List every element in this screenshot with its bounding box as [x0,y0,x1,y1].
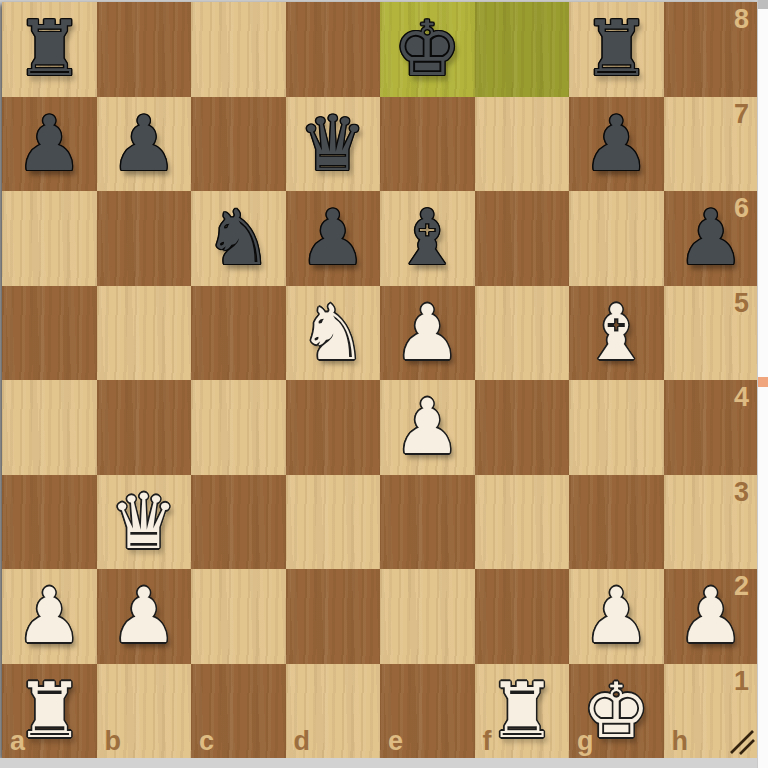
square-a2[interactable]: ♟ [2,569,97,664]
square-f6[interactable] [475,191,570,286]
square-c5[interactable] [191,286,286,381]
square-e1[interactable]: e [380,664,475,759]
square-b6[interactable] [97,191,192,286]
square-d1[interactable]: d [286,664,381,759]
square-a5[interactable] [2,286,97,381]
white-rook-piece[interactable]: ♜ [488,664,556,758]
square-g6[interactable] [569,191,664,286]
square-h7[interactable]: 7 [664,97,759,192]
square-g8[interactable]: ♜ [569,2,664,97]
square-a3[interactable] [2,475,97,570]
rank-label-1: 1 [734,668,749,695]
square-e2[interactable] [380,569,475,664]
square-d6[interactable]: ♟ [286,191,381,286]
black-rook-piece[interactable]: ♜ [582,2,650,96]
file-label-b: b [105,728,122,755]
square-b8[interactable] [97,2,192,97]
white-knight-piece[interactable]: ♞ [299,286,367,380]
square-g3[interactable] [569,475,664,570]
square-d8[interactable] [286,2,381,97]
square-g7[interactable]: ♟ [569,97,664,192]
rank-label-7: 7 [734,101,749,128]
white-pawn-piece[interactable]: ♟ [582,569,650,663]
square-c2[interactable] [191,569,286,664]
black-pawn-piece[interactable]: ♟ [299,191,367,285]
square-a8[interactable]: ♜ [2,2,97,97]
square-a6[interactable] [2,191,97,286]
square-f1[interactable]: f♜ [475,664,570,759]
square-f2[interactable] [475,569,570,664]
square-f5[interactable] [475,286,570,381]
square-c8[interactable] [191,2,286,97]
square-h2[interactable]: 2♟ [664,569,759,664]
square-f7[interactable] [475,97,570,192]
square-c3[interactable] [191,475,286,570]
square-c1[interactable]: c [191,664,286,759]
white-pawn-piece[interactable]: ♟ [393,380,461,474]
black-pawn-piece[interactable]: ♟ [15,97,83,191]
file-label-d: d [294,728,311,755]
square-d2[interactable] [286,569,381,664]
square-h6[interactable]: 6♟ [664,191,759,286]
square-b7[interactable]: ♟ [97,97,192,192]
square-h8[interactable]: 8 [664,2,759,97]
square-b3[interactable]: ♛ [97,475,192,570]
square-a1[interactable]: a♜ [2,664,97,759]
square-d7[interactable]: ♛ [286,97,381,192]
chess-board: ♜♚♜8♟♟♛♟7♞♟♝6♟♞♟♝5♟4♛3♟♟♟2♟a♜bcdef♜g♚1h [2,2,758,758]
scrollbar-top-cap [758,0,768,9]
rank-label-8: 8 [734,6,749,33]
square-c6[interactable]: ♞ [191,191,286,286]
square-b2[interactable]: ♟ [97,569,192,664]
black-bishop-piece[interactable]: ♝ [393,191,461,285]
square-c7[interactable] [191,97,286,192]
square-g2[interactable]: ♟ [569,569,664,664]
square-c4[interactable] [191,380,286,475]
white-pawn-piece[interactable]: ♟ [393,286,461,380]
square-h4[interactable]: 4 [664,380,759,475]
square-e3[interactable] [380,475,475,570]
square-f4[interactable] [475,380,570,475]
square-b4[interactable] [97,380,192,475]
white-king-piece[interactable]: ♚ [582,664,650,758]
square-h5[interactable]: 5 [664,286,759,381]
rank-label-5: 5 [734,290,749,317]
square-a7[interactable]: ♟ [2,97,97,192]
square-e5[interactable]: ♟ [380,286,475,381]
square-b1[interactable]: b [97,664,192,759]
file-label-e: e [388,728,403,755]
square-g4[interactable] [569,380,664,475]
square-e8[interactable]: ♚ [380,2,475,97]
black-pawn-piece[interactable]: ♟ [582,97,650,191]
square-d3[interactable] [286,475,381,570]
black-pawn-piece[interactable]: ♟ [110,97,178,191]
square-g1[interactable]: g♚ [569,664,664,759]
white-pawn-piece[interactable]: ♟ [677,569,745,663]
white-pawn-piece[interactable]: ♟ [15,569,83,663]
square-f3[interactable] [475,475,570,570]
square-g5[interactable]: ♝ [569,286,664,381]
black-knight-piece[interactable]: ♞ [204,191,272,285]
square-a4[interactable] [2,380,97,475]
square-b5[interactable] [97,286,192,381]
resize-handle-icon[interactable] [729,729,755,755]
square-e4[interactable]: ♟ [380,380,475,475]
square-d4[interactable] [286,380,381,475]
page-edge-bottom [0,758,757,768]
black-rook-piece[interactable]: ♜ [15,2,83,96]
square-e6[interactable]: ♝ [380,191,475,286]
square-f8[interactable] [475,2,570,97]
black-pawn-piece[interactable]: ♟ [677,191,745,285]
white-queen-piece[interactable]: ♛ [110,475,178,569]
file-label-h: h [672,728,689,755]
scrollbar-track[interactable] [757,0,768,768]
square-h3[interactable]: 3 [664,475,759,570]
black-queen-piece[interactable]: ♛ [299,97,367,191]
black-king-piece[interactable]: ♚ [393,2,461,96]
white-pawn-piece[interactable]: ♟ [110,569,178,663]
rank-label-3: 3 [734,479,749,506]
scrollbar-thumb[interactable] [758,377,768,387]
square-e7[interactable] [380,97,475,192]
square-d5[interactable]: ♞ [286,286,381,381]
white-bishop-piece[interactable]: ♝ [582,286,650,380]
rank-label-4: 4 [734,384,749,411]
page: ♜♚♜8♟♟♛♟7♞♟♝6♟♞♟♝5♟4♛3♟♟♟2♟a♜bcdef♜g♚1h [0,0,768,768]
file-label-c: c [199,728,214,755]
white-rook-piece[interactable]: ♜ [15,664,83,758]
